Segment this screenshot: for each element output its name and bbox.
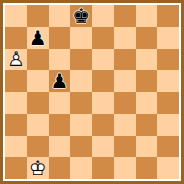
square-b8[interactable]: [27, 5, 49, 27]
square-f1[interactable]: [114, 157, 136, 179]
square-h2[interactable]: [157, 136, 179, 158]
square-g6[interactable]: [136, 49, 158, 71]
square-h4[interactable]: [157, 92, 179, 114]
square-a7[interactable]: [5, 27, 27, 49]
chess-board: ♚♟♟♙♟♚♔: [5, 5, 179, 179]
square-e4[interactable]: [92, 92, 114, 114]
square-d8[interactable]: ♚: [70, 5, 92, 27]
square-b7[interactable]: ♟: [27, 27, 49, 49]
board-frame: ♚♟♟♙♟♚♔: [0, 0, 184, 184]
black-pawn[interactable]: ♟: [49, 70, 71, 92]
square-d7[interactable]: [70, 27, 92, 49]
square-g7[interactable]: [136, 27, 158, 49]
square-a6[interactable]: ♟♙: [5, 49, 27, 71]
square-c4[interactable]: [49, 92, 71, 114]
square-g1[interactable]: [136, 157, 158, 179]
square-a2[interactable]: [5, 136, 27, 158]
square-g2[interactable]: [136, 136, 158, 158]
square-c3[interactable]: [49, 114, 71, 136]
white-pawn-outline: ♙: [5, 49, 27, 71]
square-g5[interactable]: [136, 70, 158, 92]
square-h7[interactable]: [157, 27, 179, 49]
square-f2[interactable]: [114, 136, 136, 158]
square-e8[interactable]: [92, 5, 114, 27]
square-e1[interactable]: [92, 157, 114, 179]
square-b1[interactable]: ♚♔: [27, 157, 49, 179]
square-b6[interactable]: [27, 49, 49, 71]
square-e7[interactable]: [92, 27, 114, 49]
square-h1[interactable]: [157, 157, 179, 179]
square-g4[interactable]: [136, 92, 158, 114]
square-b2[interactable]: [27, 136, 49, 158]
square-c5[interactable]: ♟: [49, 70, 71, 92]
black-pawn[interactable]: ♟: [27, 27, 49, 49]
square-h6[interactable]: [157, 49, 179, 71]
square-d1[interactable]: [70, 157, 92, 179]
square-d3[interactable]: [70, 114, 92, 136]
square-c6[interactable]: [49, 49, 71, 71]
square-g8[interactable]: [136, 5, 158, 27]
square-c1[interactable]: [49, 157, 71, 179]
square-f8[interactable]: [114, 5, 136, 27]
square-d5[interactable]: [70, 70, 92, 92]
square-e2[interactable]: [92, 136, 114, 158]
white-king-outline: ♔: [27, 157, 49, 179]
square-e6[interactable]: [92, 49, 114, 71]
square-e3[interactable]: [92, 114, 114, 136]
square-d4[interactable]: [70, 92, 92, 114]
square-a3[interactable]: [5, 114, 27, 136]
black-king[interactable]: ♚: [70, 5, 92, 27]
square-f6[interactable]: [114, 49, 136, 71]
square-c8[interactable]: [49, 5, 71, 27]
square-f5[interactable]: [114, 70, 136, 92]
square-a4[interactable]: [5, 92, 27, 114]
square-a8[interactable]: [5, 5, 27, 27]
square-b4[interactable]: [27, 92, 49, 114]
white-pawn[interactable]: ♟♙: [5, 49, 27, 71]
square-b5[interactable]: [27, 70, 49, 92]
square-a1[interactable]: [5, 157, 27, 179]
square-g3[interactable]: [136, 114, 158, 136]
square-c7[interactable]: [49, 27, 71, 49]
square-e5[interactable]: [92, 70, 114, 92]
square-c2[interactable]: [49, 136, 71, 158]
square-f3[interactable]: [114, 114, 136, 136]
square-h3[interactable]: [157, 114, 179, 136]
square-f4[interactable]: [114, 92, 136, 114]
square-h5[interactable]: [157, 70, 179, 92]
square-d6[interactable]: [70, 49, 92, 71]
square-b3[interactable]: [27, 114, 49, 136]
square-a5[interactable]: [5, 70, 27, 92]
white-king[interactable]: ♚♔: [27, 157, 49, 179]
square-h8[interactable]: [157, 5, 179, 27]
square-d2[interactable]: [70, 136, 92, 158]
square-f7[interactable]: [114, 27, 136, 49]
